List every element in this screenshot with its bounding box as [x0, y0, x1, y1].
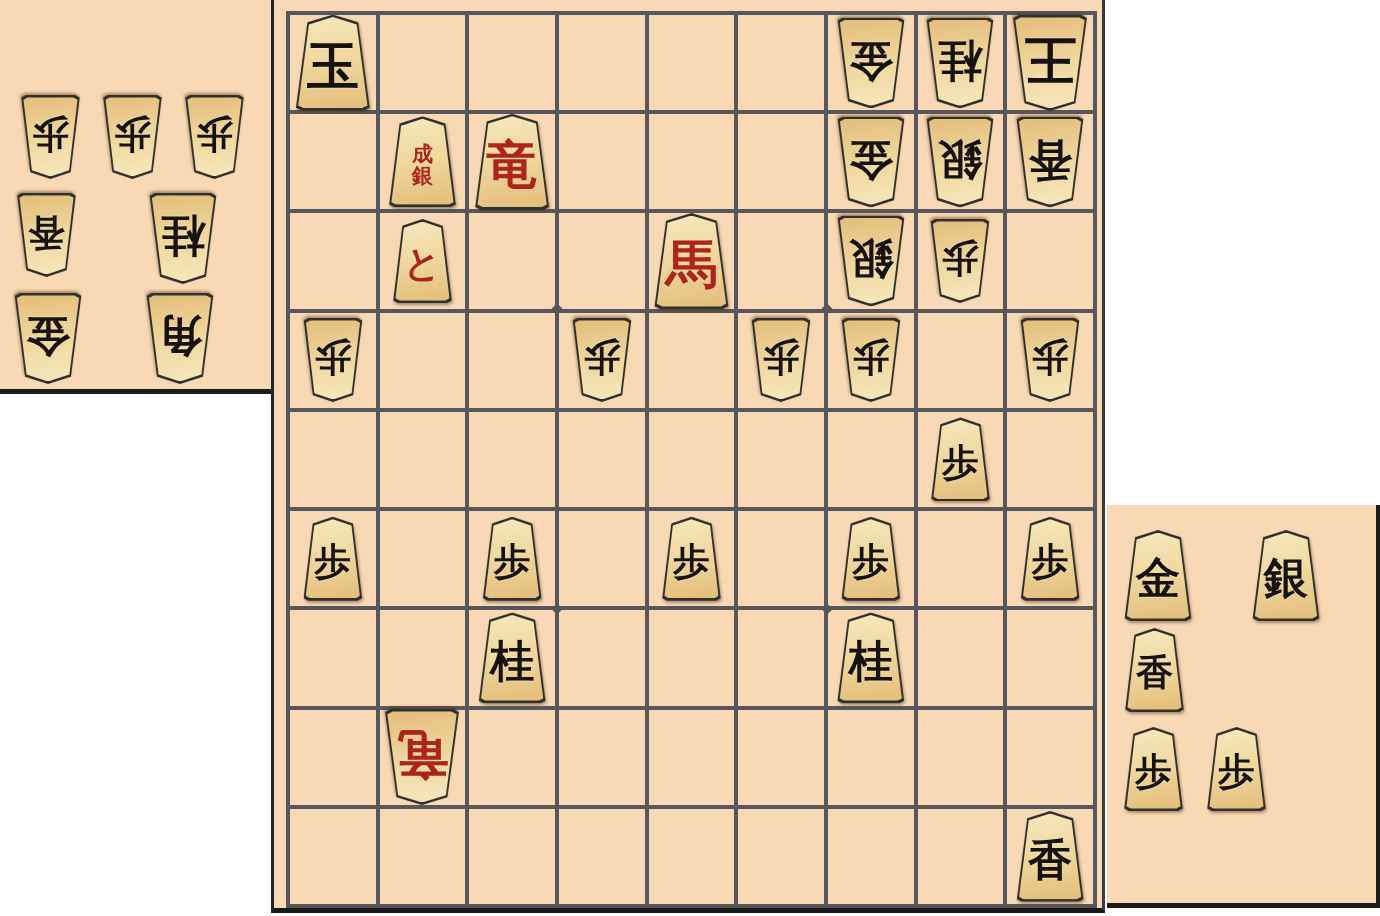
- piece-gote-pawn[interactable]: 歩: [749, 318, 814, 402]
- square-1a[interactable]: 王: [1007, 15, 1093, 110]
- piece-kanji: 歩: [659, 517, 724, 601]
- piece-kanji: 歩: [838, 318, 903, 402]
- square-5h[interactable]: [649, 710, 735, 805]
- piece-kanji: 玉: [292, 15, 374, 111]
- square-4e[interactable]: [738, 412, 824, 507]
- hand-gote-pawn-1[interactable]: 歩: [18, 95, 83, 179]
- piece-kanji: 角: [143, 293, 217, 384]
- square-5c[interactable]: 馬: [649, 213, 735, 308]
- piece-kanji: 香: [1013, 811, 1087, 902]
- square-1d[interactable]: 歩: [1007, 313, 1093, 408]
- square-6c[interactable]: [559, 213, 645, 308]
- piece-gote-silver[interactable]: 銀: [834, 216, 908, 307]
- square-2c[interactable]: 歩: [918, 213, 1004, 308]
- square-5g[interactable]: [649, 610, 735, 705]
- piece-sente-pawn[interactable]: 歩: [659, 517, 724, 601]
- square-2e[interactable]: 歩: [918, 412, 1004, 507]
- piece-kanji: 金: [1121, 530, 1195, 621]
- piece-kanji: 歩: [928, 219, 993, 303]
- hand-gote-pawn-2[interactable]: 歩: [100, 95, 165, 179]
- square-1b[interactable]: 香: [1007, 114, 1093, 209]
- square-3g[interactable]: 桂: [828, 610, 914, 705]
- piece-sente-pawn[interactable]: 歩: [300, 517, 365, 601]
- hand-sente-silver-2[interactable]: 銀: [1249, 530, 1323, 621]
- square-6e[interactable]: [559, 412, 645, 507]
- hand-gote-lance-1[interactable]: 香: [14, 193, 79, 277]
- piece-gote-knight[interactable]: 桂: [923, 17, 997, 108]
- piece-kanji: 王: [1009, 15, 1091, 111]
- square-5f[interactable]: 歩: [649, 511, 735, 606]
- piece-kanji: 竜: [471, 114, 553, 210]
- square-7c[interactable]: [469, 213, 555, 308]
- piece-kanji: 歩: [928, 417, 993, 501]
- square-9a[interactable]: 玉: [290, 15, 376, 110]
- square-7e[interactable]: [469, 412, 555, 507]
- piece-kanji: 歩: [300, 318, 365, 402]
- square-4d[interactable]: 歩: [738, 313, 824, 408]
- board-grid: 玉金桂王成銀竜金銀香と馬銀歩歩歩歩歩歩歩歩歩歩歩歩桂桂竜香: [286, 11, 1097, 908]
- square-3c[interactable]: 銀: [828, 213, 914, 308]
- square-2d[interactable]: [918, 313, 1004, 408]
- square-6i[interactable]: [559, 809, 645, 904]
- square-4c[interactable]: [738, 213, 824, 308]
- shogi-board: 玉金桂王成銀竜金銀香と馬銀歩歩歩歩歩歩歩歩歩歩歩歩桂桂竜香: [271, 0, 1105, 913]
- piece-kanji: 香: [1122, 628, 1187, 712]
- piece-sente-horse[interactable]: 馬: [650, 213, 732, 309]
- captured-tray-gote: 歩歩歩香桂金角: [0, 0, 271, 394]
- piece-kanji: 歩: [749, 318, 814, 402]
- piece-kanji: 歩: [480, 517, 545, 601]
- square-9b[interactable]: [290, 114, 376, 209]
- square-5i[interactable]: [649, 809, 735, 904]
- piece-kanji: 歩: [100, 95, 165, 179]
- shogi-screenshot: 歩歩歩香桂金角 玉金桂王成銀竜金銀香と馬銀歩歩歩歩歩歩歩歩歩歩歩歩桂桂竜香 金銀…: [0, 0, 1380, 916]
- square-4b[interactable]: [738, 114, 824, 209]
- square-3e[interactable]: [828, 412, 914, 507]
- square-2g[interactable]: [918, 610, 1004, 705]
- captured-tray-sente: 金銀香歩歩: [1107, 505, 1380, 908]
- square-9f[interactable]: 歩: [290, 511, 376, 606]
- piece-gote-pawn[interactable]: 歩: [300, 318, 365, 402]
- square-9i[interactable]: [290, 809, 376, 904]
- piece-kanji: 馬: [650, 213, 732, 309]
- square-5a[interactable]: [649, 15, 735, 110]
- square-1i[interactable]: 香: [1007, 809, 1093, 904]
- piece-sente-pawn[interactable]: 歩: [928, 417, 993, 501]
- piece-kanji: 銀: [923, 116, 997, 207]
- hand-sente-pawn-2[interactable]: 歩: [1204, 727, 1269, 811]
- square-3b[interactable]: 金: [828, 114, 914, 209]
- piece-kanji: 歩: [182, 95, 247, 179]
- piece-kanji: 金: [11, 293, 85, 384]
- piece-sente-pawn[interactable]: 歩: [838, 517, 903, 601]
- square-8d[interactable]: [380, 313, 466, 408]
- square-7h[interactable]: [469, 710, 555, 805]
- hand-gote-gold-1[interactable]: 金: [11, 293, 85, 384]
- square-5d[interactable]: [649, 313, 735, 408]
- hand-sente-pawn-1[interactable]: 歩: [1121, 727, 1186, 811]
- hand-gote-pawn-3[interactable]: 歩: [182, 95, 247, 179]
- piece-kanji: 成銀: [385, 116, 459, 207]
- hand-gote-knight-2[interactable]: 桂: [146, 193, 220, 284]
- piece-kanji: 歩: [1018, 318, 1083, 402]
- square-3d[interactable]: 歩: [828, 313, 914, 408]
- square-7a[interactable]: [469, 15, 555, 110]
- piece-gote-gold[interactable]: 金: [834, 17, 908, 108]
- square-4g[interactable]: [738, 610, 824, 705]
- piece-kanji: 桂: [923, 17, 997, 108]
- piece-sente-promoted-silver[interactable]: 成銀: [385, 116, 459, 207]
- piece-gote-pawn[interactable]: 歩: [569, 318, 634, 402]
- piece-sente-pawn[interactable]: 歩: [1018, 517, 1083, 601]
- square-6f[interactable]: [559, 511, 645, 606]
- square-2h[interactable]: [918, 710, 1004, 805]
- piece-kanji: 歩: [1204, 727, 1269, 811]
- square-5b[interactable]: [649, 114, 735, 209]
- hand-gote-bishop-2[interactable]: 角: [143, 293, 217, 384]
- piece-kanji: 歩: [569, 318, 634, 402]
- piece-kanji: 桂: [834, 612, 908, 703]
- square-8a[interactable]: [380, 15, 466, 110]
- square-1g[interactable]: [1007, 610, 1093, 705]
- square-1e[interactable]: [1007, 412, 1093, 507]
- piece-kanji: 金: [834, 17, 908, 108]
- square-8e[interactable]: [380, 412, 466, 507]
- square-3f[interactable]: 歩: [828, 511, 914, 606]
- square-8g[interactable]: [380, 610, 466, 705]
- piece-sente-knight[interactable]: 桂: [475, 612, 549, 703]
- square-8c[interactable]: と: [380, 213, 466, 308]
- piece-gote-dragon[interactable]: 竜: [381, 709, 463, 805]
- square-1h[interactable]: [1007, 710, 1093, 805]
- piece-kanji: 竜: [381, 709, 463, 805]
- piece-sente-king[interactable]: 玉: [292, 15, 374, 111]
- square-8i[interactable]: [380, 809, 466, 904]
- square-6h[interactable]: [559, 710, 645, 805]
- square-8b[interactable]: 成銀: [380, 114, 466, 209]
- square-7g[interactable]: 桂: [469, 610, 555, 705]
- hand-sente-lance-1[interactable]: 香: [1122, 628, 1187, 712]
- square-6g[interactable]: [559, 610, 645, 705]
- piece-gote-gold[interactable]: 金: [834, 116, 908, 207]
- square-2b[interactable]: 銀: [918, 114, 1004, 209]
- piece-sente-lance[interactable]: 香: [1013, 811, 1087, 902]
- piece-gote-king[interactable]: 王: [1009, 15, 1091, 111]
- square-3i[interactable]: [828, 809, 914, 904]
- square-9g[interactable]: [290, 610, 376, 705]
- square-8h[interactable]: 竜: [380, 710, 466, 805]
- square-4h[interactable]: [738, 710, 824, 805]
- piece-kanji: 歩: [1018, 517, 1083, 601]
- square-6a[interactable]: [559, 15, 645, 110]
- piece-kanji: と: [390, 219, 455, 303]
- square-6d[interactable]: 歩: [559, 313, 645, 408]
- piece-kanji: 銀: [834, 216, 908, 307]
- square-8f[interactable]: [380, 511, 466, 606]
- square-2i[interactable]: [918, 809, 1004, 904]
- hand-sente-gold-1[interactable]: 金: [1121, 530, 1195, 621]
- square-1c[interactable]: [1007, 213, 1093, 308]
- square-7f[interactable]: 歩: [469, 511, 555, 606]
- square-4a[interactable]: [738, 15, 824, 110]
- square-2a[interactable]: 桂: [918, 15, 1004, 110]
- square-1f[interactable]: 歩: [1007, 511, 1093, 606]
- piece-gote-pawn[interactable]: 歩: [1018, 318, 1083, 402]
- piece-gote-pawn[interactable]: 歩: [838, 318, 903, 402]
- square-4i[interactable]: [738, 809, 824, 904]
- square-7d[interactable]: [469, 313, 555, 408]
- square-9c[interactable]: [290, 213, 376, 308]
- square-4f[interactable]: [738, 511, 824, 606]
- piece-sente-knight[interactable]: 桂: [834, 612, 908, 703]
- piece-kanji: 歩: [838, 517, 903, 601]
- square-5e[interactable]: [649, 412, 735, 507]
- piece-kanji: 桂: [475, 612, 549, 703]
- square-7i[interactable]: [469, 809, 555, 904]
- square-9e[interactable]: [290, 412, 376, 507]
- piece-kanji: 銀: [1249, 530, 1323, 621]
- square-3h[interactable]: [828, 710, 914, 805]
- square-9d[interactable]: 歩: [290, 313, 376, 408]
- piece-sente-pawn[interactable]: 歩: [480, 517, 545, 601]
- square-9h[interactable]: [290, 710, 376, 805]
- piece-kanji: 金: [834, 116, 908, 207]
- piece-gote-silver[interactable]: 銀: [923, 116, 997, 207]
- piece-gote-pawn[interactable]: 歩: [928, 219, 993, 303]
- square-6b[interactable]: [559, 114, 645, 209]
- piece-kanji: 歩: [1121, 727, 1186, 811]
- piece-sente-dragon[interactable]: 竜: [471, 114, 553, 210]
- piece-kanji: 桂: [146, 193, 220, 284]
- piece-gote-lance[interactable]: 香: [1013, 116, 1087, 207]
- piece-kanji: 香: [14, 193, 79, 277]
- piece-sente-tokin[interactable]: と: [390, 219, 455, 303]
- square-7b[interactable]: 竜: [469, 114, 555, 209]
- square-2f[interactable]: [918, 511, 1004, 606]
- square-3a[interactable]: 金: [828, 15, 914, 110]
- piece-kanji: 香: [1013, 116, 1087, 207]
- piece-kanji: 歩: [300, 517, 365, 601]
- piece-kanji: 歩: [18, 95, 83, 179]
